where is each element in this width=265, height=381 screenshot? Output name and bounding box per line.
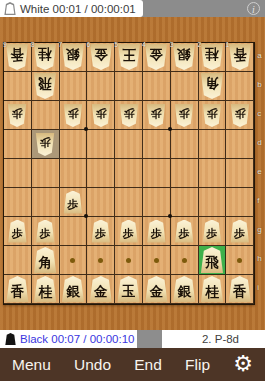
- white-pawn-4c[interactable]: 歩: [146, 104, 166, 127]
- rank-label-a: a: [257, 51, 261, 60]
- square-1g[interactable]: 歩: [226, 217, 254, 246]
- piece-kanji: 歩: [151, 108, 162, 123]
- black-bishop-8h[interactable]: 角: [33, 247, 57, 273]
- piece-kanji: 玉: [122, 280, 136, 299]
- square-4e[interactable]: [143, 159, 171, 188]
- square-4d[interactable]: [143, 130, 171, 159]
- rank-label-h: h: [257, 254, 261, 263]
- file-label-3: 3: [170, 41, 174, 48]
- black-pawn-4g[interactable]: 歩: [146, 220, 166, 243]
- black-pawn-7f[interactable]: 歩: [63, 191, 83, 214]
- square-2e[interactable]: [199, 159, 227, 188]
- square-4g[interactable]: 歩: [143, 217, 171, 246]
- square-4f[interactable]: [143, 188, 171, 217]
- file-label-2: 2: [198, 41, 202, 48]
- piece-kanji: 飛: [205, 251, 219, 270]
- black-pawn-8g[interactable]: 歩: [35, 220, 55, 243]
- square-2h[interactable]: 飛: [199, 246, 227, 275]
- move-scrubber-handle[interactable]: [137, 330, 162, 348]
- hoshi-point: [168, 214, 172, 218]
- square-1f[interactable]: [226, 188, 254, 217]
- move-hint-dot[interactable]: [126, 258, 131, 263]
- white-pawn-7c[interactable]: 歩: [63, 104, 83, 127]
- black-knight-8i[interactable]: 桂: [33, 276, 57, 302]
- square-8h[interactable]: 角: [32, 246, 60, 275]
- piece-kanji: 金: [150, 280, 164, 299]
- square-5i[interactable]: 玉: [115, 275, 143, 304]
- square-7a[interactable]: 銀: [60, 43, 88, 72]
- square-8g[interactable]: 歩: [32, 217, 60, 246]
- move-hint-dot[interactable]: [182, 258, 187, 263]
- square-7e[interactable]: [60, 159, 88, 188]
- current-move-text: 2. P-8d: [202, 330, 239, 348]
- square-4c[interactable]: 歩: [143, 101, 171, 130]
- white-rook-8b[interactable]: 飛: [33, 73, 57, 99]
- square-6c[interactable]: 歩: [87, 101, 115, 130]
- white-pawn-6c[interactable]: 歩: [91, 104, 111, 127]
- black-clock-bar: Black 00:07 / 00:00:10 2. P-8d: [0, 330, 265, 348]
- shogi-board[interactable]: 香桂銀金王金銀桂香飛角歩歩歩歩歩歩歩歩歩歩歩歩歩歩歩歩歩歩角飛香桂銀金玉金銀桂香: [3, 42, 255, 305]
- rank-label-c: c: [257, 109, 261, 118]
- black-knight-2i[interactable]: 桂: [200, 276, 224, 302]
- piece-kanji: 桂: [205, 280, 219, 299]
- square-8a[interactable]: 桂: [32, 43, 60, 72]
- square-8d[interactable]: 歩: [32, 130, 60, 159]
- black-pawn-6g[interactable]: 歩: [91, 220, 111, 243]
- white-pawn-9c[interactable]: 歩: [7, 104, 27, 127]
- white-clock-bar: White 00:01 / 00:00:01 i: [0, 0, 265, 17]
- piece-kanji: 角: [38, 251, 52, 270]
- piece-kanji: 桂: [38, 48, 52, 67]
- piece-kanji: 銀: [66, 48, 80, 67]
- black-player-clock: Black 00:07 / 00:00:10: [0, 330, 134, 348]
- settings-gear-button[interactable]: ⚙: [233, 353, 253, 375]
- square-7b[interactable]: [60, 72, 88, 101]
- square-3h[interactable]: [171, 246, 199, 275]
- white-pawn-1c[interactable]: 歩: [230, 104, 250, 127]
- end-button[interactable]: End: [134, 356, 162, 374]
- black-silver-7i[interactable]: 銀: [61, 276, 85, 302]
- file-label-8: 8: [31, 41, 35, 48]
- square-5d[interactable]: [115, 130, 143, 159]
- square-9a[interactable]: 香: [4, 43, 32, 72]
- hoshi-point: [168, 127, 172, 131]
- square-6h[interactable]: [87, 246, 115, 275]
- square-9i[interactable]: 香: [4, 275, 32, 304]
- square-3c[interactable]: 歩: [171, 101, 199, 130]
- piece-kanji: 歩: [12, 224, 23, 239]
- piece-kanji: 香: [233, 280, 247, 299]
- piece-kanji: 銀: [66, 280, 80, 299]
- board-background: 香桂銀金王金銀桂香飛角歩歩歩歩歩歩歩歩歩歩歩歩歩歩歩歩歩歩角飛香桂銀金玉金銀桂香…: [0, 17, 265, 330]
- square-9b[interactable]: [4, 72, 32, 101]
- square-1b[interactable]: [226, 72, 254, 101]
- black-pawn-9g[interactable]: 歩: [7, 220, 27, 243]
- white-pawn-3c[interactable]: 歩: [174, 104, 194, 127]
- square-8b[interactable]: 飛: [32, 72, 60, 101]
- square-9g[interactable]: 歩: [4, 217, 32, 246]
- square-3d[interactable]: [171, 130, 199, 159]
- rank-label-f: f: [257, 196, 259, 205]
- square-5h[interactable]: [115, 246, 143, 275]
- white-king-5a[interactable]: 王: [117, 44, 141, 70]
- flip-button[interactable]: Flip: [185, 356, 210, 374]
- white-lance-1a[interactable]: 香: [228, 44, 252, 70]
- white-bishop-2b[interactable]: 角: [200, 73, 224, 99]
- rank-label-b: b: [257, 80, 261, 89]
- square-6b[interactable]: [87, 72, 115, 101]
- move-hint-dot[interactable]: [237, 258, 242, 263]
- square-2g[interactable]: 歩: [199, 217, 227, 246]
- file-label-6: 6: [86, 41, 90, 48]
- black-piece-icon: [5, 333, 16, 345]
- square-6a[interactable]: 金: [87, 43, 115, 72]
- square-1a[interactable]: 香: [226, 43, 254, 72]
- square-2b[interactable]: 角: [199, 72, 227, 101]
- square-2d[interactable]: [199, 130, 227, 159]
- piece-kanji: 歩: [67, 108, 78, 123]
- piece-kanji: 銀: [177, 48, 191, 67]
- square-9h[interactable]: [4, 246, 32, 275]
- piece-kanji: 歩: [179, 224, 190, 239]
- white-clock-text: White 00:01 / 00:00:01: [20, 3, 136, 15]
- square-5g[interactable]: 歩: [115, 217, 143, 246]
- piece-kanji: 角: [205, 77, 219, 96]
- black-pawn-5g[interactable]: 歩: [119, 220, 139, 243]
- piece-kanji: 香: [233, 48, 247, 67]
- black-silver-3i[interactable]: 銀: [172, 276, 196, 302]
- piece-kanji: 歩: [151, 224, 162, 239]
- file-label-9: 9: [3, 41, 7, 48]
- square-6i[interactable]: 金: [87, 275, 115, 304]
- square-9c[interactable]: 歩: [4, 101, 32, 130]
- square-3f[interactable]: [171, 188, 199, 217]
- black-clock-text: Black 00:07 / 00:00:10: [20, 333, 134, 345]
- piece-kanji: 金: [94, 280, 108, 299]
- square-3a[interactable]: 銀: [171, 43, 199, 72]
- piece-kanji: 歩: [123, 108, 134, 123]
- piece-kanji: 歩: [95, 108, 106, 123]
- piece-kanji: 金: [94, 48, 108, 67]
- black-pawn-2g[interactable]: 歩: [202, 220, 222, 243]
- black-pawn-3g[interactable]: 歩: [174, 220, 194, 243]
- square-9d[interactable]: [4, 130, 32, 159]
- square-1e[interactable]: [226, 159, 254, 188]
- move-hint-dot[interactable]: [154, 258, 159, 263]
- square-4a[interactable]: 金: [143, 43, 171, 72]
- square-8i[interactable]: 桂: [32, 275, 60, 304]
- move-hint-dot[interactable]: [98, 258, 103, 263]
- piece-kanji: 金: [150, 48, 164, 67]
- file-label-7: 7: [59, 41, 63, 48]
- file-label-1: 1: [225, 41, 229, 48]
- square-7f[interactable]: 歩: [60, 188, 88, 217]
- file-label-4: 4: [142, 41, 146, 48]
- square-5b[interactable]: [115, 72, 143, 101]
- white-pawn-8d[interactable]: 歩: [35, 133, 55, 156]
- piece-kanji: 銀: [177, 280, 191, 299]
- square-8e[interactable]: [32, 159, 60, 188]
- white-lance-9a[interactable]: 香: [5, 44, 29, 70]
- square-2f[interactable]: [199, 188, 227, 217]
- square-5c[interactable]: 歩: [115, 101, 143, 130]
- square-4i[interactable]: 金: [143, 275, 171, 304]
- rank-label-i: i: [257, 283, 259, 292]
- square-2i[interactable]: 桂: [199, 275, 227, 304]
- square-6d[interactable]: [87, 130, 115, 159]
- square-1i[interactable]: 香: [226, 275, 254, 304]
- piece-kanji: 歩: [206, 224, 217, 239]
- piece-kanji: 桂: [205, 48, 219, 67]
- menu-button[interactable]: Menu: [12, 356, 51, 374]
- piece-kanji: 歩: [234, 108, 245, 123]
- file-label-5: 5: [114, 41, 118, 48]
- square-8c[interactable]: [32, 101, 60, 130]
- white-piece-icon: [4, 2, 16, 15]
- square-2a[interactable]: 桂: [199, 43, 227, 72]
- square-9e[interactable]: [4, 159, 32, 188]
- square-4b[interactable]: [143, 72, 171, 101]
- piece-kanji: 歩: [40, 224, 51, 239]
- piece-kanji: 香: [11, 280, 25, 299]
- square-3e[interactable]: [171, 159, 199, 188]
- white-pawn-2c[interactable]: 歩: [202, 104, 222, 127]
- black-rook-2h[interactable]: 飛: [200, 247, 224, 273]
- square-6g[interactable]: 歩: [87, 217, 115, 246]
- piece-kanji: 歩: [67, 195, 78, 210]
- black-gold-4i[interactable]: 金: [144, 276, 168, 302]
- white-silver-3a[interactable]: 銀: [172, 44, 196, 70]
- black-king-5i[interactable]: 玉: [117, 276, 141, 302]
- info-button[interactable]: i: [247, 2, 260, 15]
- square-6f[interactable]: [87, 188, 115, 217]
- square-1d[interactable]: [226, 130, 254, 159]
- white-gold-4a[interactable]: 金: [144, 44, 168, 70]
- piece-kanji: 歩: [206, 108, 217, 123]
- piece-kanji: 歩: [40, 137, 51, 152]
- piece-kanji: 王: [122, 48, 136, 67]
- white-silver-7a[interactable]: 銀: [61, 44, 85, 70]
- square-7i[interactable]: 銀: [60, 275, 88, 304]
- black-pawn-1g[interactable]: 歩: [230, 220, 250, 243]
- piece-kanji: 歩: [123, 224, 134, 239]
- white-knight-8a[interactable]: 桂: [33, 44, 57, 70]
- square-7g[interactable]: [60, 217, 88, 246]
- square-4h[interactable]: [143, 246, 171, 275]
- square-3b[interactable]: [171, 72, 199, 101]
- square-1c[interactable]: 歩: [226, 101, 254, 130]
- square-3i[interactable]: 銀: [171, 275, 199, 304]
- square-8f[interactable]: [32, 188, 60, 217]
- square-5f[interactable]: [115, 188, 143, 217]
- black-lance-9i[interactable]: 香: [5, 276, 29, 302]
- rank-label-d: d: [257, 138, 261, 147]
- square-2c[interactable]: 歩: [199, 101, 227, 130]
- square-3g[interactable]: 歩: [171, 217, 199, 246]
- white-pawn-5c[interactable]: 歩: [119, 104, 139, 127]
- piece-kanji: 歩: [95, 224, 106, 239]
- rank-label-g: g: [257, 225, 261, 234]
- square-6e[interactable]: [87, 159, 115, 188]
- toolbar-buttons: MenuUndoEndFlip⚙: [0, 348, 265, 381]
- black-lance-1i[interactable]: 香: [228, 276, 252, 302]
- square-9f[interactable]: [4, 188, 32, 217]
- square-7c[interactable]: 歩: [60, 101, 88, 130]
- black-gold-6i[interactable]: 金: [89, 276, 113, 302]
- square-7h[interactable]: [60, 246, 88, 275]
- move-hint-dot[interactable]: [70, 258, 75, 263]
- square-5a[interactable]: 王: [115, 43, 143, 72]
- piece-kanji: 香: [11, 48, 25, 67]
- piece-kanji: 歩: [179, 108, 190, 123]
- piece-kanji: 歩: [234, 224, 245, 239]
- piece-kanji: 桂: [38, 280, 52, 299]
- white-knight-2a[interactable]: 桂: [200, 44, 224, 70]
- square-7d[interactable]: [60, 130, 88, 159]
- white-gold-6a[interactable]: 金: [89, 44, 113, 70]
- white-player-clock: White 00:01 / 00:00:01: [0, 0, 143, 17]
- rank-label-e: e: [257, 167, 261, 176]
- piece-kanji: 飛: [38, 77, 52, 96]
- piece-kanji: 歩: [12, 108, 23, 123]
- square-1h[interactable]: [226, 246, 254, 275]
- undo-button[interactable]: Undo: [74, 356, 111, 374]
- square-5e[interactable]: [115, 159, 143, 188]
